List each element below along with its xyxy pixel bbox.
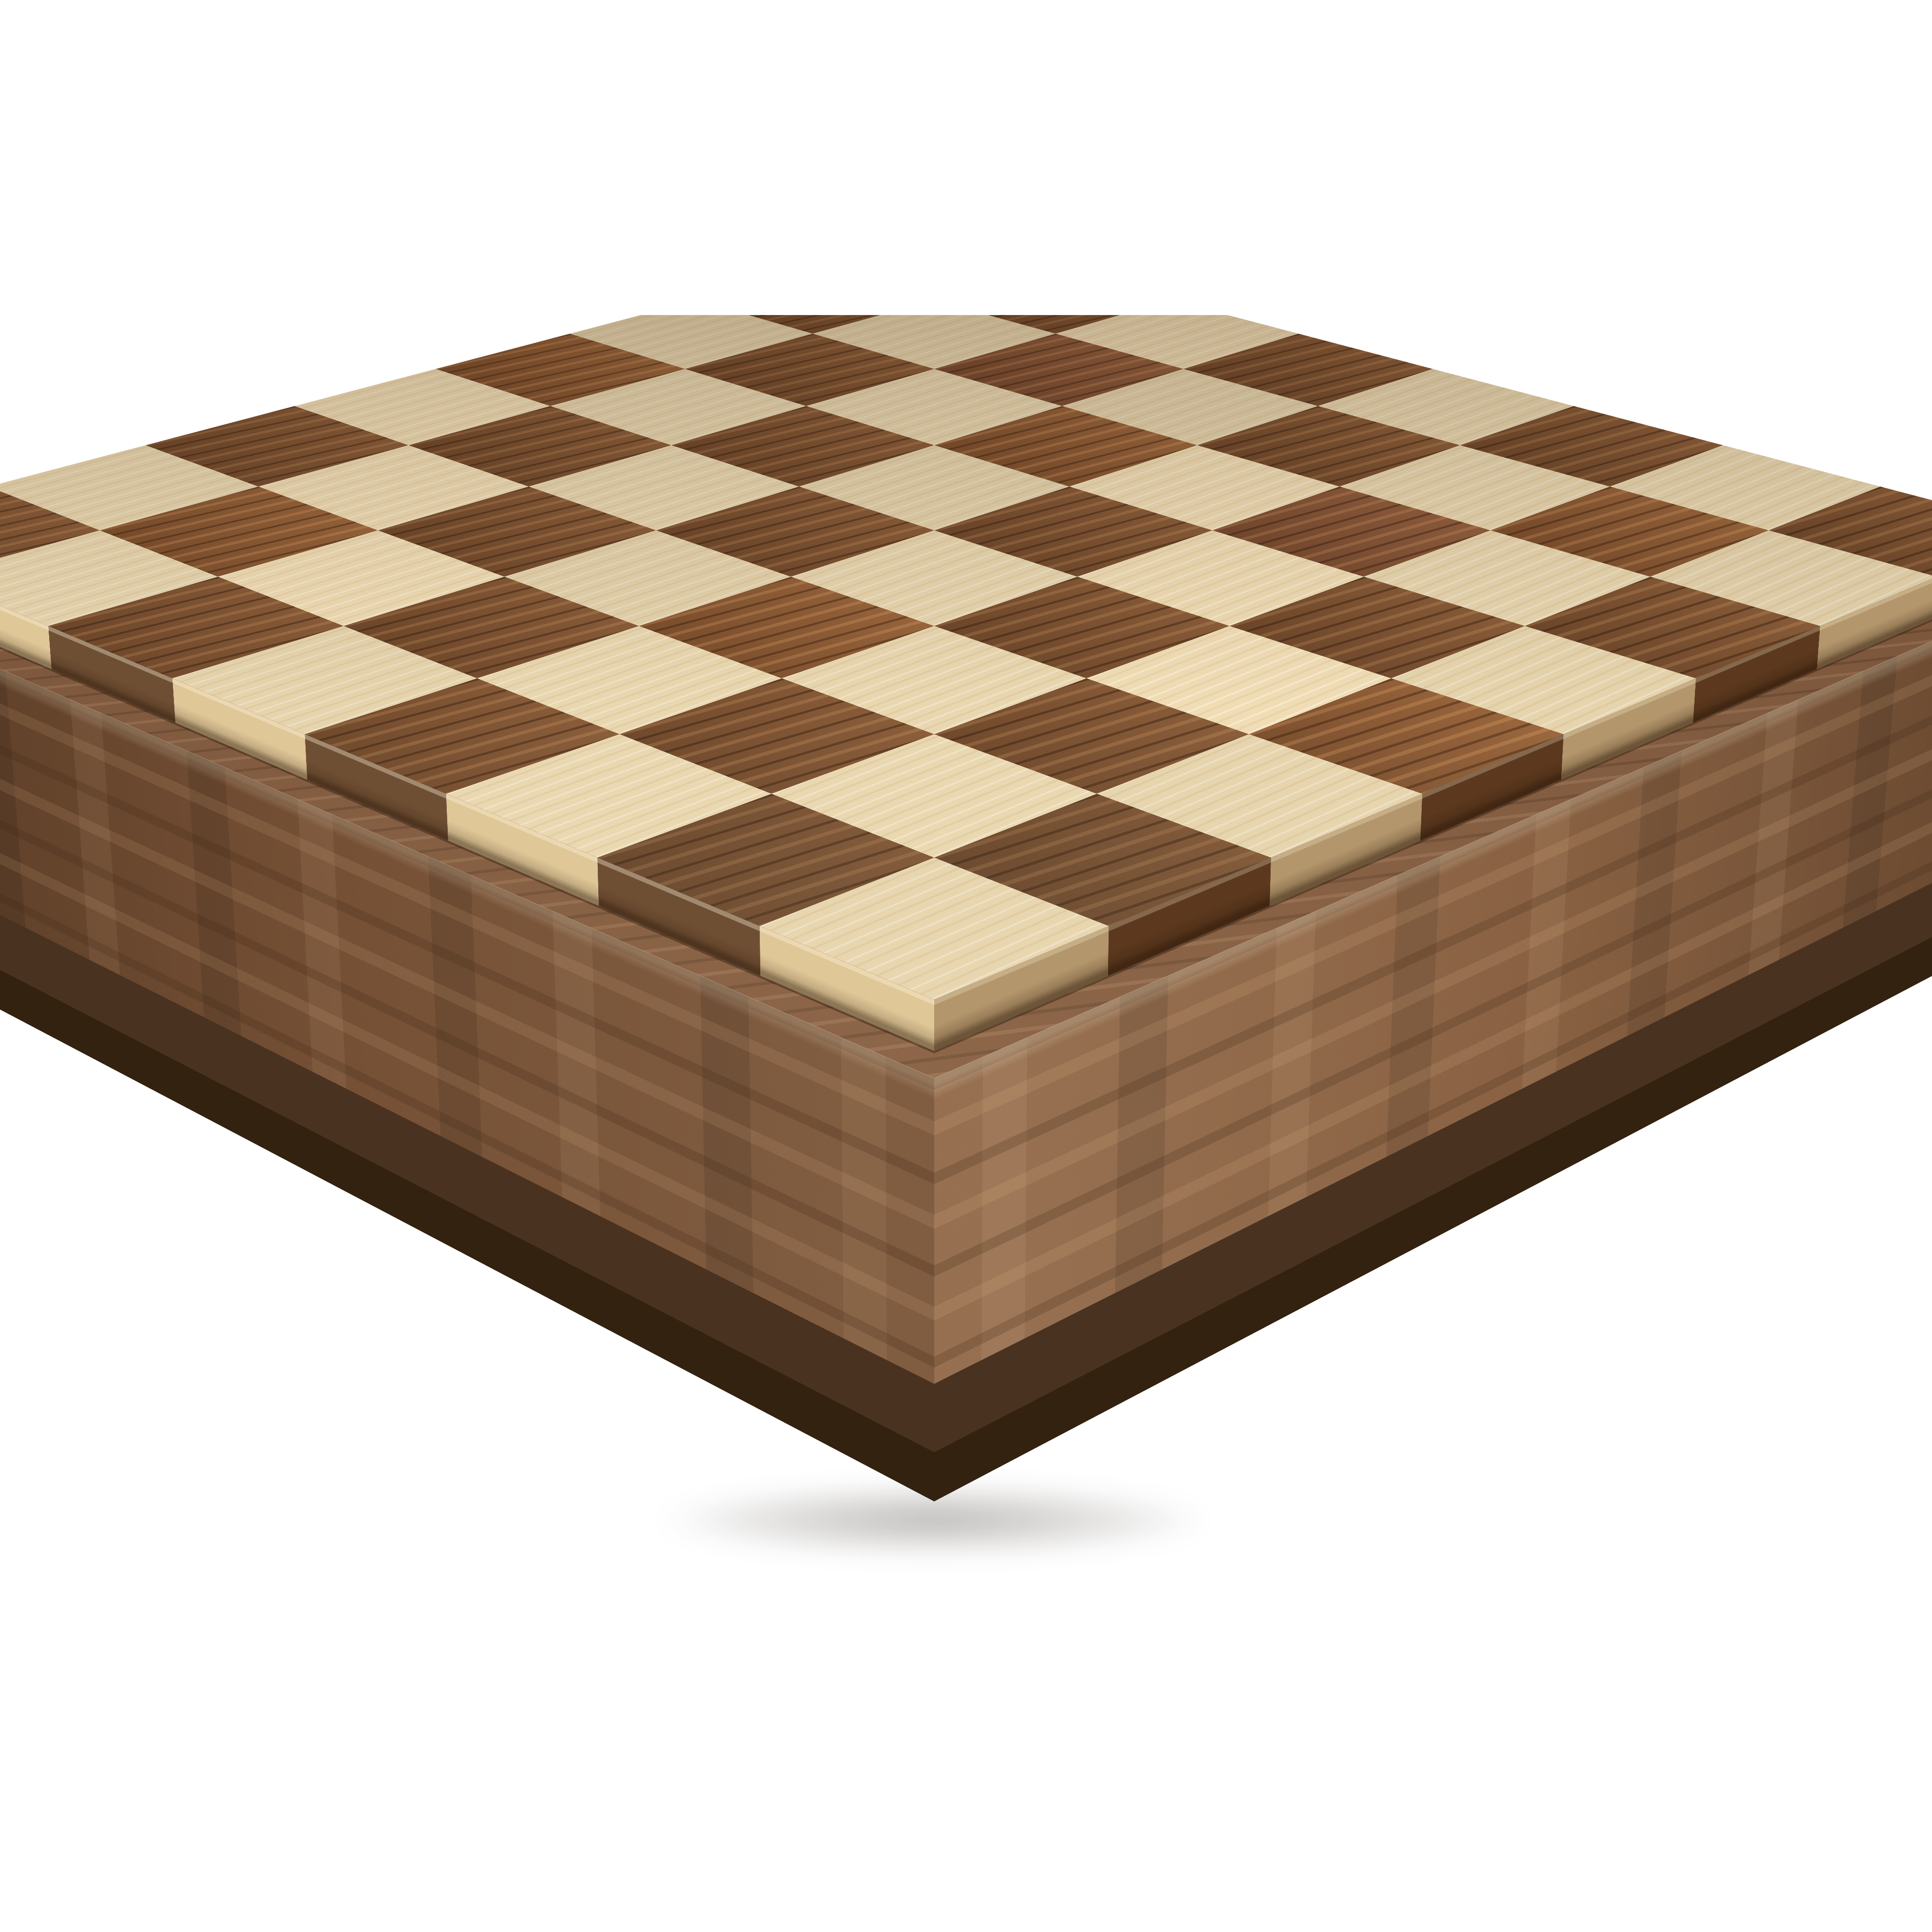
photo-background <box>0 0 1932 1932</box>
perspective-stage <box>0 315 1932 1657</box>
board-viewport <box>0 315 1932 1657</box>
